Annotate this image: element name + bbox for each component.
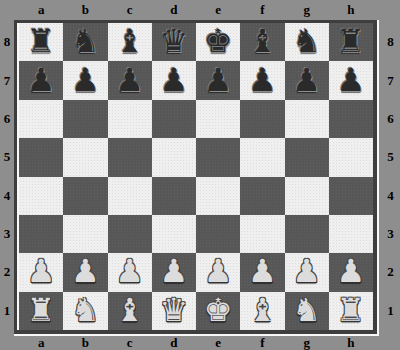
file-label-b: b [63,336,107,350]
rank-label-3: 3 [381,215,400,253]
board-bevel: ♜♞♝♛♚♝♞♜♟♟♟♟♟♟♟♟♟♟♟♟♟♟♟♟♜♞♝♛♚♝♞♜ [14,20,379,336]
square-b4[interactable] [63,177,107,215]
square-b5[interactable] [63,138,107,176]
square-d1[interactable]: ♛ [152,292,196,330]
piece-bP-f7[interactable]: ♟ [248,64,277,96]
square-g6[interactable] [285,100,329,138]
piece-wR-h1[interactable]: ♜ [337,294,366,326]
file-label-h: h [329,336,373,350]
square-g8[interactable]: ♞ [285,23,329,61]
square-e2[interactable]: ♟ [196,253,240,291]
rank-label-4: 4 [381,177,400,215]
square-b2[interactable]: ♟ [63,253,107,291]
piece-bB-f8[interactable]: ♝ [248,25,277,57]
square-h4[interactable] [329,177,373,215]
piece-wP-e2[interactable]: ♟ [204,255,233,287]
square-b3[interactable] [63,215,107,253]
rank-labels-left: 87654321 [0,20,14,336]
square-b6[interactable] [63,100,107,138]
chess-board: ♜♞♝♛♚♝♞♜♟♟♟♟♟♟♟♟♟♟♟♟♟♟♟♟♜♞♝♛♚♝♞♜ [19,23,373,330]
square-e7[interactable]: ♟ [196,61,240,99]
square-h6[interactable] [329,100,373,138]
square-e3[interactable] [196,215,240,253]
piece-wB-f1[interactable]: ♝ [248,294,277,326]
square-g7[interactable]: ♟ [285,61,329,99]
file-label-f: f [240,336,284,350]
square-f3[interactable] [240,215,284,253]
piece-bP-a7[interactable]: ♟ [27,64,56,96]
piece-bP-h7[interactable]: ♟ [337,64,366,96]
square-c6[interactable] [108,100,152,138]
square-h5[interactable] [329,138,373,176]
square-a2[interactable]: ♟ [19,253,63,291]
piece-wN-b1[interactable]: ♞ [71,294,100,326]
piece-bQ-d8[interactable]: ♛ [160,25,189,57]
file-label-f: f [240,0,284,20]
file-label-h: h [329,0,373,20]
rank-label-3: 3 [0,215,14,253]
square-d5[interactable] [152,138,196,176]
piece-bP-e7[interactable]: ♟ [204,64,233,96]
file-label-d: d [152,0,196,20]
square-a1[interactable]: ♜ [19,292,63,330]
file-labels-bottom: abcdefgh [14,336,379,350]
square-a6[interactable] [19,100,63,138]
square-f4[interactable] [240,177,284,215]
piece-wP-d2[interactable]: ♟ [160,255,189,287]
file-label-c: c [108,336,152,350]
square-f2[interactable]: ♟ [240,253,284,291]
square-h2[interactable]: ♟ [329,253,373,291]
square-h8[interactable]: ♜ [329,23,373,61]
square-h1[interactable]: ♜ [329,292,373,330]
square-b1[interactable]: ♞ [63,292,107,330]
piece-wQ-d1[interactable]: ♛ [160,294,189,326]
square-c2[interactable]: ♟ [108,253,152,291]
piece-wP-c2[interactable]: ♟ [115,255,144,287]
square-d2[interactable]: ♟ [152,253,196,291]
board-bevel-highlight: ♜♞♝♛♚♝♞♜♟♟♟♟♟♟♟♟♟♟♟♟♟♟♟♟♜♞♝♛♚♝♞♜ [17,23,373,330]
square-e6[interactable] [196,100,240,138]
rank-label-7: 7 [0,61,14,99]
square-g3[interactable] [285,215,329,253]
rank-label-1: 1 [381,292,400,330]
square-h7[interactable]: ♟ [329,61,373,99]
piece-wK-e1[interactable]: ♚ [204,294,233,326]
square-a3[interactable] [19,215,63,253]
square-f7[interactable]: ♟ [240,61,284,99]
rank-label-8: 8 [381,23,400,61]
rank-label-6: 6 [381,100,400,138]
file-label-a: a [19,0,63,20]
piece-wP-f2[interactable]: ♟ [248,255,277,287]
square-c7[interactable]: ♟ [108,61,152,99]
piece-wR-a1[interactable]: ♜ [27,294,56,326]
rank-label-6: 6 [0,100,14,138]
square-e8[interactable]: ♚ [196,23,240,61]
rank-label-2: 2 [0,253,14,291]
file-label-a: a [19,336,63,350]
rank-label-8: 8 [0,23,14,61]
piece-bP-c7[interactable]: ♟ [115,64,144,96]
square-d4[interactable] [152,177,196,215]
piece-bB-c8[interactable]: ♝ [115,25,144,57]
piece-wP-h2[interactable]: ♟ [337,255,366,287]
square-g2[interactable]: ♟ [285,253,329,291]
file-label-c: c [108,0,152,20]
square-b7[interactable]: ♟ [63,61,107,99]
file-label-d: d [152,336,196,350]
square-f1[interactable]: ♝ [240,292,284,330]
square-d8[interactable]: ♛ [152,23,196,61]
rank-labels-right: 87654321 [381,20,400,336]
piece-bR-a8[interactable]: ♜ [27,25,56,57]
rank-label-5: 5 [0,138,14,176]
rank-label-1: 1 [0,292,14,330]
chess-app-window: abcdefgh abcdefgh 87654321 87654321 ♜♞♝♛… [0,0,400,350]
square-d6[interactable] [152,100,196,138]
piece-bN-g8[interactable]: ♞ [292,25,321,57]
square-c8[interactable]: ♝ [108,23,152,61]
square-c5[interactable] [108,138,152,176]
square-e5[interactable] [196,138,240,176]
piece-bN-b8[interactable]: ♞ [71,25,100,57]
square-f6[interactable] [240,100,284,138]
square-a8[interactable]: ♜ [19,23,63,61]
piece-wN-g1[interactable]: ♞ [292,294,321,326]
file-labels-top: abcdefgh [14,0,379,20]
piece-wP-a2[interactable]: ♟ [27,255,56,287]
square-e1[interactable]: ♚ [196,292,240,330]
square-c1[interactable]: ♝ [108,292,152,330]
rank-label-7: 7 [381,61,400,99]
file-label-e: e [196,336,240,350]
square-f8[interactable]: ♝ [240,23,284,61]
piece-wP-g2[interactable]: ♟ [292,255,321,287]
square-h3[interactable] [329,215,373,253]
piece-wP-b2[interactable]: ♟ [71,255,100,287]
square-c4[interactable] [108,177,152,215]
file-label-e: e [196,0,240,20]
square-c3[interactable] [108,215,152,253]
square-a7[interactable]: ♟ [19,61,63,99]
square-b8[interactable]: ♞ [63,23,107,61]
piece-bK-e8[interactable]: ♚ [204,25,233,57]
square-a5[interactable] [19,138,63,176]
square-d7[interactable]: ♟ [152,61,196,99]
rank-label-4: 4 [0,177,14,215]
file-label-g: g [285,336,329,350]
file-label-b: b [63,0,107,20]
rank-label-5: 5 [381,138,400,176]
piece-bP-g7[interactable]: ♟ [292,64,321,96]
piece-bR-h8[interactable]: ♜ [337,25,366,57]
file-label-g: g [285,0,329,20]
square-d3[interactable] [152,215,196,253]
square-g1[interactable]: ♞ [285,292,329,330]
piece-bP-d7[interactable]: ♟ [160,64,189,96]
square-a4[interactable] [19,177,63,215]
rank-label-2: 2 [381,253,400,291]
piece-wB-c1[interactable]: ♝ [115,294,144,326]
square-f5[interactable] [240,138,284,176]
square-g4[interactable] [285,177,329,215]
square-e4[interactable] [196,177,240,215]
square-g5[interactable] [285,138,329,176]
piece-bP-b7[interactable]: ♟ [71,64,100,96]
